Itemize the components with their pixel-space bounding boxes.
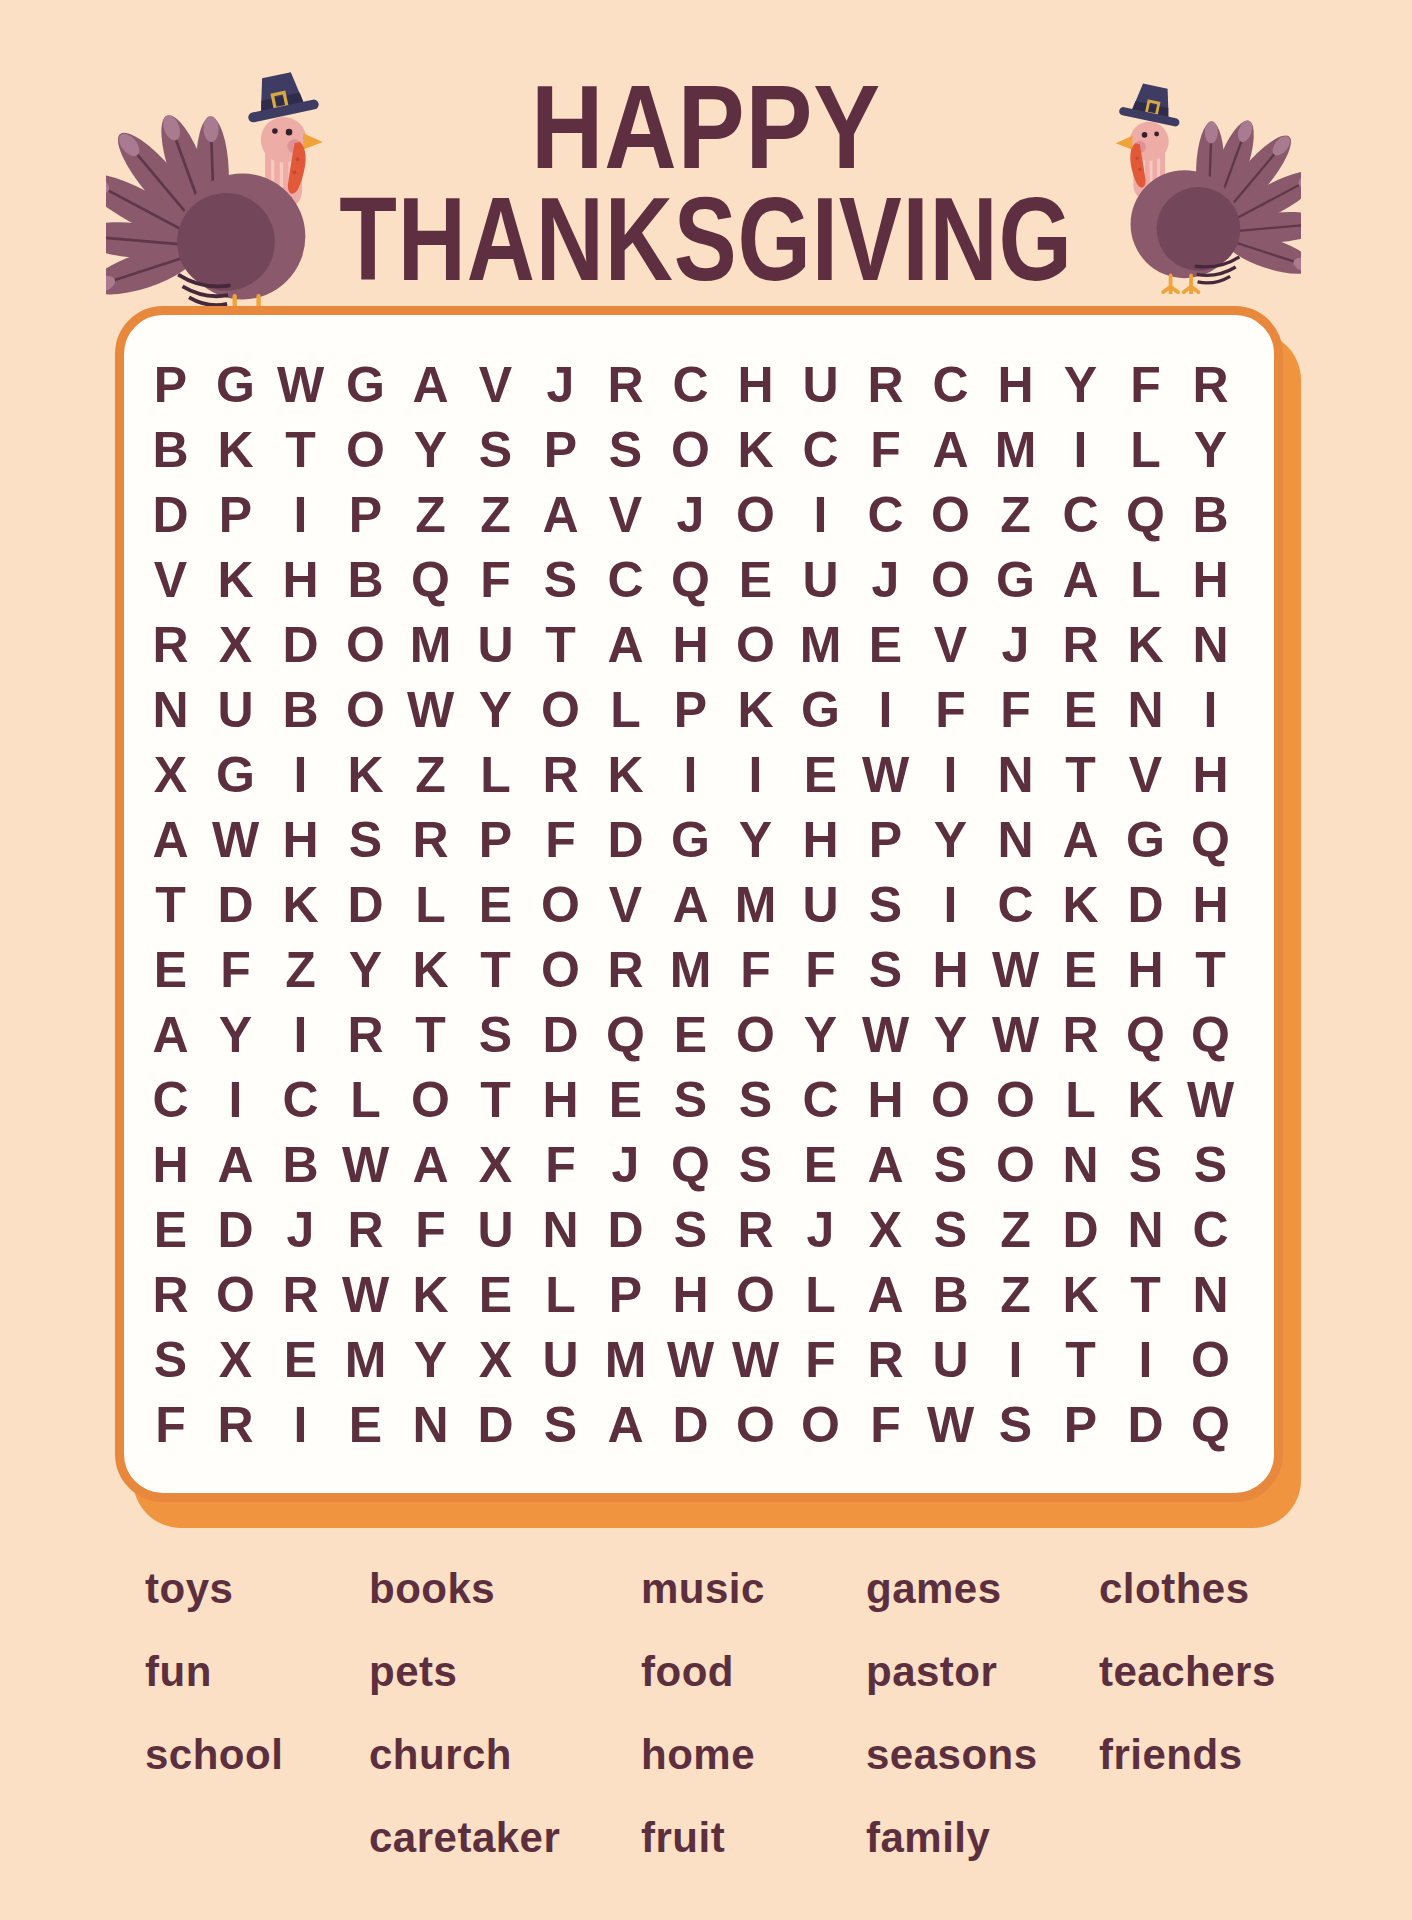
grid-cell[interactable]: K	[723, 417, 788, 482]
grid-cell[interactable]: S	[723, 1132, 788, 1197]
grid-cell[interactable]: H	[658, 612, 723, 677]
grid-cell[interactable]: D	[333, 872, 398, 937]
grid-cell[interactable]: O	[983, 1067, 1048, 1132]
grid-cell[interactable]: S	[1178, 1132, 1243, 1197]
grid-cell[interactable]: R	[203, 1392, 268, 1457]
grid-cell[interactable]: I	[1048, 417, 1113, 482]
grid-cell[interactable]: J	[268, 1197, 333, 1262]
grid-cell[interactable]: F	[138, 1392, 203, 1457]
grid-cell[interactable]: O	[918, 482, 983, 547]
grid-cell[interactable]: N	[983, 807, 1048, 872]
grid-cell[interactable]: S	[593, 417, 658, 482]
grid-cell[interactable]: O	[398, 1067, 463, 1132]
grid-cell[interactable]: H	[138, 1132, 203, 1197]
grid-cell[interactable]: H	[268, 547, 333, 612]
grid-cell[interactable]: C	[853, 482, 918, 547]
grid-cell[interactable]: S	[918, 1132, 983, 1197]
grid-cell[interactable]: P	[1048, 1392, 1113, 1457]
grid-cell[interactable]: O	[203, 1262, 268, 1327]
grid-cell[interactable]: R	[593, 937, 658, 1002]
grid-cell[interactable]: Y	[398, 417, 463, 482]
grid-cell[interactable]: W	[983, 1002, 1048, 1067]
grid-cell[interactable]: H	[983, 352, 1048, 417]
grid-cell[interactable]: G	[983, 547, 1048, 612]
grid-cell[interactable]: K	[1113, 612, 1178, 677]
grid-cell[interactable]: Q	[593, 1002, 658, 1067]
grid-cell[interactable]: C	[788, 417, 853, 482]
grid-cell[interactable]: H	[1113, 937, 1178, 1002]
grid-cell[interactable]: T	[268, 417, 333, 482]
grid-cell[interactable]: N	[983, 742, 1048, 807]
grid-cell[interactable]: K	[333, 742, 398, 807]
grid-cell[interactable]: S	[1113, 1132, 1178, 1197]
grid-cell[interactable]: A	[853, 1132, 918, 1197]
grid-cell[interactable]: O	[528, 937, 593, 1002]
grid-cell[interactable]: S	[918, 1197, 983, 1262]
grid-cell[interactable]: C	[983, 872, 1048, 937]
grid-cell[interactable]: U	[463, 612, 528, 677]
grid-cell[interactable]: S	[853, 937, 918, 1002]
grid-cell[interactable]: U	[463, 1197, 528, 1262]
grid-cell[interactable]: E	[1048, 937, 1113, 1002]
grid-cell[interactable]: A	[138, 807, 203, 872]
grid-cell[interactable]: N	[1113, 1197, 1178, 1262]
grid-cell[interactable]: N	[1178, 1262, 1243, 1327]
grid-cell[interactable]: O	[723, 482, 788, 547]
grid-cell[interactable]: L	[788, 1262, 853, 1327]
grid-cell[interactable]: S	[658, 1197, 723, 1262]
grid-cell[interactable]: F	[398, 1197, 463, 1262]
grid-cell[interactable]: S	[138, 1327, 203, 1392]
grid-cell[interactable]: G	[203, 352, 268, 417]
grid-cell[interactable]: R	[1048, 1002, 1113, 1067]
grid-cell[interactable]: N	[398, 1392, 463, 1457]
grid-cell[interactable]: J	[593, 1132, 658, 1197]
grid-cell[interactable]: O	[723, 1002, 788, 1067]
grid-cell[interactable]: J	[853, 547, 918, 612]
grid-cell[interactable]: D	[203, 1197, 268, 1262]
grid-cell[interactable]: H	[788, 807, 853, 872]
grid-cell[interactable]: T	[463, 1067, 528, 1132]
grid-cell[interactable]: N	[138, 677, 203, 742]
grid-cell[interactable]: Q	[398, 547, 463, 612]
grid-cell[interactable]: C	[593, 547, 658, 612]
grid-cell[interactable]: E	[1048, 677, 1113, 742]
grid-cell[interactable]: A	[593, 612, 658, 677]
grid-cell[interactable]: X	[463, 1327, 528, 1392]
grid-cell[interactable]: G	[658, 807, 723, 872]
grid-cell[interactable]: I	[658, 742, 723, 807]
grid-cell[interactable]: K	[1113, 1067, 1178, 1132]
grid-cell[interactable]: D	[203, 872, 268, 937]
grid-cell[interactable]: K	[1048, 872, 1113, 937]
grid-cell[interactable]: I	[983, 1327, 1048, 1392]
grid-cell[interactable]: L	[398, 872, 463, 937]
grid-cell[interactable]: R	[593, 352, 658, 417]
grid-cell[interactable]: K	[268, 872, 333, 937]
grid-cell[interactable]: T	[398, 1002, 463, 1067]
grid-cell[interactable]: Z	[983, 1197, 1048, 1262]
grid-cell[interactable]: I	[918, 742, 983, 807]
grid-cell[interactable]: A	[203, 1132, 268, 1197]
grid-cell[interactable]: S	[333, 807, 398, 872]
grid-cell[interactable]: B	[268, 677, 333, 742]
grid-cell[interactable]: H	[918, 937, 983, 1002]
grid-cell[interactable]: C	[268, 1067, 333, 1132]
grid-cell[interactable]: T	[1178, 937, 1243, 1002]
grid-cell[interactable]: D	[1113, 872, 1178, 937]
grid-cell[interactable]: T	[463, 937, 528, 1002]
grid-cell[interactable]: P	[853, 807, 918, 872]
grid-cell[interactable]: T	[528, 612, 593, 677]
worksheet-page: HAPPY THANKSGIVING PGWGAVJRCHURCHYFRBKTO…	[0, 0, 1412, 1920]
grid-cell[interactable]: O	[528, 677, 593, 742]
grid-cell[interactable]: R	[528, 742, 593, 807]
grid-cell[interactable]: Y	[463, 677, 528, 742]
grid-cell[interactable]: D	[463, 1392, 528, 1457]
grid-cell[interactable]: K	[398, 1262, 463, 1327]
grid-cell[interactable]: Z	[983, 1262, 1048, 1327]
word-list-item: food	[641, 1651, 765, 1693]
grid-cell[interactable]: K	[593, 742, 658, 807]
grid-cell[interactable]: P	[463, 807, 528, 872]
grid-cell[interactable]: S	[853, 872, 918, 937]
grid-cell[interactable]: W	[1178, 1067, 1243, 1132]
grid-cell[interactable]: S	[528, 547, 593, 612]
grid-cell[interactable]: A	[1048, 807, 1113, 872]
grid-cell[interactable]: J	[528, 352, 593, 417]
grid-cell[interactable]: E	[333, 1392, 398, 1457]
grid-cell[interactable]: K	[723, 677, 788, 742]
grid-cell[interactable]: I	[1113, 1327, 1178, 1392]
grid-cell[interactable]: L	[593, 677, 658, 742]
grid-cell[interactable]: Z	[398, 742, 463, 807]
grid-cell[interactable]: I	[1178, 677, 1243, 742]
grid-cell[interactable]: W	[333, 1132, 398, 1197]
grid-cell[interactable]: R	[138, 612, 203, 677]
grid-cell[interactable]: X	[138, 742, 203, 807]
grid-cell[interactable]: O	[918, 547, 983, 612]
grid-cell[interactable]: Y	[333, 937, 398, 1002]
grid-cell[interactable]: O	[723, 1262, 788, 1327]
grid-cell[interactable]: R	[1178, 352, 1243, 417]
grid-cell[interactable]: A	[593, 1392, 658, 1457]
word-list-column: gamespastorseasonsfamily	[866, 1568, 1038, 1900]
grid-cell[interactable]: H	[1178, 742, 1243, 807]
grid-cell[interactable]: U	[203, 677, 268, 742]
grid-cell[interactable]: Q	[1178, 807, 1243, 872]
grid-cell[interactable]: D	[658, 1392, 723, 1457]
grid-cell[interactable]: F	[983, 677, 1048, 742]
grid-cell[interactable]: H	[723, 352, 788, 417]
grid-cell[interactable]: K	[1048, 1262, 1113, 1327]
grid-cell[interactable]: Y	[918, 1002, 983, 1067]
word-list-item: fun	[145, 1651, 283, 1693]
grid-cell[interactable]: I	[723, 742, 788, 807]
grid-cell[interactable]: Z	[398, 482, 463, 547]
grid-cell[interactable]: R	[268, 1262, 333, 1327]
grid-cell[interactable]: E	[138, 937, 203, 1002]
grid-cell[interactable]: S	[528, 1392, 593, 1457]
grid-cell[interactable]: C	[138, 1067, 203, 1132]
grid-cell[interactable]: G	[203, 742, 268, 807]
grid-cell[interactable]: C	[1178, 1197, 1243, 1262]
grid-cell[interactable]: C	[788, 1067, 853, 1132]
grid-cell[interactable]: O	[528, 872, 593, 937]
grid-cell[interactable]: U	[528, 1327, 593, 1392]
grid-cell[interactable]: E	[788, 742, 853, 807]
grid-cell[interactable]: H	[658, 1262, 723, 1327]
grid-cell[interactable]: T	[138, 872, 203, 937]
grid-cell[interactable]: S	[463, 417, 528, 482]
grid-cell[interactable]: D	[593, 1197, 658, 1262]
grid-cell[interactable]: T	[1048, 1327, 1113, 1392]
grid-cell[interactable]: G	[788, 677, 853, 742]
word-list-column: toysfunschool	[145, 1568, 283, 1817]
grid-cell[interactable]: Y	[1178, 417, 1243, 482]
grid-cell[interactable]: U	[788, 872, 853, 937]
grid-cell[interactable]: O	[658, 417, 723, 482]
grid-cell[interactable]: Y	[723, 807, 788, 872]
grid-cell[interactable]: Q	[1178, 1392, 1243, 1457]
grid-cell[interactable]: P	[138, 352, 203, 417]
grid-cell[interactable]: I	[268, 482, 333, 547]
grid-cell[interactable]: B	[138, 417, 203, 482]
grid-cell[interactable]: A	[528, 482, 593, 547]
grid-cell[interactable]: E	[593, 1067, 658, 1132]
grid-cell[interactable]: B	[1178, 482, 1243, 547]
grid-cell[interactable]: O	[333, 417, 398, 482]
grid-cell[interactable]: F	[788, 1327, 853, 1392]
grid-cell[interactable]: G	[1113, 807, 1178, 872]
grid-cell[interactable]: R	[138, 1262, 203, 1327]
grid-cell[interactable]: W	[723, 1327, 788, 1392]
grid-cell[interactable]: F	[528, 807, 593, 872]
grid-cell[interactable]: A	[398, 1132, 463, 1197]
grid-cell[interactable]: W	[268, 352, 333, 417]
grid-cell[interactable]: Q	[658, 547, 723, 612]
grid-cell[interactable]: Y	[203, 1002, 268, 1067]
grid-cell[interactable]: U	[918, 1327, 983, 1392]
grid-cell[interactable]: G	[333, 352, 398, 417]
letter-grid: PGWGAVJRCHURCHYFRBKTOYSPSOKCFAMILYDPIPZZ…	[138, 352, 1243, 1457]
grid-cell[interactable]: M	[333, 1327, 398, 1392]
grid-cell[interactable]: A	[1048, 547, 1113, 612]
grid-cell[interactable]: F	[203, 937, 268, 1002]
grid-cell[interactable]: U	[788, 352, 853, 417]
grid-cell[interactable]: W	[853, 742, 918, 807]
word-list-item: clothes	[1099, 1568, 1276, 1610]
grid-cell[interactable]: E	[138, 1197, 203, 1262]
grid-cell[interactable]: F	[918, 677, 983, 742]
grid-cell[interactable]: H	[268, 807, 333, 872]
grid-cell[interactable]: N	[528, 1197, 593, 1262]
grid-cell[interactable]: I	[918, 872, 983, 937]
grid-cell[interactable]: V	[463, 352, 528, 417]
grid-cell[interactable]: Q	[658, 1132, 723, 1197]
grid-cell[interactable]: N	[1178, 612, 1243, 677]
grid-cell[interactable]: E	[463, 1262, 528, 1327]
grid-cell[interactable]: O	[333, 612, 398, 677]
grid-cell[interactable]: P	[203, 482, 268, 547]
grid-cell[interactable]: L	[1113, 417, 1178, 482]
grid-cell[interactable]: W	[983, 937, 1048, 1002]
grid-cell[interactable]: Z	[983, 482, 1048, 547]
grid-cell[interactable]: T	[1113, 1262, 1178, 1327]
grid-cell[interactable]: R	[333, 1197, 398, 1262]
grid-cell[interactable]: O	[918, 1067, 983, 1132]
grid-cell[interactable]: Y	[788, 1002, 853, 1067]
grid-cell[interactable]: C	[658, 352, 723, 417]
grid-cell[interactable]: R	[853, 352, 918, 417]
grid-cell[interactable]: F	[528, 1132, 593, 1197]
grid-cell[interactable]: W	[398, 677, 463, 742]
grid-cell[interactable]: Y	[398, 1327, 463, 1392]
grid-cell[interactable]: E	[463, 872, 528, 937]
grid-cell[interactable]: D	[1048, 1197, 1113, 1262]
grid-cell[interactable]: D	[138, 482, 203, 547]
grid-cell[interactable]: W	[333, 1262, 398, 1327]
grid-cell[interactable]: I	[853, 677, 918, 742]
grid-cell[interactable]: K	[398, 937, 463, 1002]
grid-cell[interactable]: Q	[1113, 482, 1178, 547]
grid-cell[interactable]: L	[333, 1067, 398, 1132]
grid-cell[interactable]: O	[1178, 1327, 1243, 1392]
grid-cell[interactable]: O	[983, 1132, 1048, 1197]
grid-cell[interactable]: Y	[918, 807, 983, 872]
grid-cell[interactable]: X	[203, 1327, 268, 1392]
grid-cell[interactable]: N	[1048, 1132, 1113, 1197]
word-list-item: school	[145, 1734, 283, 1776]
title-line-happy: HAPPY	[106, 68, 1306, 186]
grid-cell[interactable]: F	[788, 937, 853, 1002]
grid-cell[interactable]: Q	[1178, 1002, 1243, 1067]
grid-cell[interactable]: R	[1048, 612, 1113, 677]
grid-cell[interactable]: V	[593, 482, 658, 547]
grid-cell[interactable]: N	[1113, 677, 1178, 742]
grid-cell[interactable]: R	[333, 1002, 398, 1067]
grid-cell[interactable]: A	[138, 1002, 203, 1067]
grid-cell[interactable]: O	[333, 677, 398, 742]
grid-cell[interactable]: E	[853, 612, 918, 677]
grid-cell[interactable]: Q	[1113, 1002, 1178, 1067]
grid-cell[interactable]: F	[853, 1392, 918, 1457]
grid-cell[interactable]: A	[398, 352, 463, 417]
grid-cell[interactable]: E	[658, 1002, 723, 1067]
grid-cell[interactable]: X	[203, 612, 268, 677]
grid-cell[interactable]: V	[593, 872, 658, 937]
grid-cell[interactable]: M	[593, 1327, 658, 1392]
grid-cell[interactable]: D	[268, 612, 333, 677]
grid-cell[interactable]: F	[1113, 352, 1178, 417]
grid-cell[interactable]: U	[788, 547, 853, 612]
grid-cell[interactable]: R	[853, 1327, 918, 1392]
grid-cell[interactable]: I	[203, 1067, 268, 1132]
grid-cell[interactable]: E	[268, 1327, 333, 1392]
grid-cell[interactable]: S	[463, 1002, 528, 1067]
grid-cell[interactable]: F	[723, 937, 788, 1002]
grid-cell[interactable]: B	[333, 547, 398, 612]
grid-cell[interactable]: W	[918, 1392, 983, 1457]
grid-cell[interactable]: H	[1178, 872, 1243, 937]
grid-cell[interactable]: M	[723, 872, 788, 937]
grid-cell[interactable]: I	[788, 482, 853, 547]
grid-cell[interactable]: P	[593, 1262, 658, 1327]
grid-cell[interactable]: Z	[268, 937, 333, 1002]
grid-cell[interactable]: A	[658, 872, 723, 937]
grid-cell[interactable]: Y	[1048, 352, 1113, 417]
grid-cell[interactable]: B	[918, 1262, 983, 1327]
grid-cell[interactable]: I	[268, 742, 333, 807]
grid-cell[interactable]: P	[528, 417, 593, 482]
grid-cell[interactable]: Z	[463, 482, 528, 547]
grid-cell[interactable]: L	[1113, 547, 1178, 612]
grid-cell[interactable]: K	[203, 547, 268, 612]
grid-cell[interactable]: K	[203, 417, 268, 482]
word-list-item: friends	[1099, 1734, 1276, 1776]
grid-cell[interactable]: O	[723, 612, 788, 677]
grid-cell[interactable]: J	[983, 612, 1048, 677]
grid-cell[interactable]: V	[138, 547, 203, 612]
grid-cell[interactable]: J	[658, 482, 723, 547]
grid-cell[interactable]: I	[268, 1392, 333, 1457]
grid-cell[interactable]: D	[1113, 1392, 1178, 1457]
grid-cell[interactable]: V	[918, 612, 983, 677]
grid-cell[interactable]: R	[398, 807, 463, 872]
grid-cell[interactable]: S	[723, 1067, 788, 1132]
grid-cell[interactable]: S	[983, 1392, 1048, 1457]
grid-cell[interactable]: T	[1048, 742, 1113, 807]
grid-cell[interactable]: M	[983, 417, 1048, 482]
grid-cell[interactable]: X	[463, 1132, 528, 1197]
grid-cell[interactable]: R	[723, 1197, 788, 1262]
grid-cell[interactable]: S	[658, 1067, 723, 1132]
grid-cell[interactable]: M	[398, 612, 463, 677]
grid-cell[interactable]: W	[658, 1327, 723, 1392]
grid-cell[interactable]: H	[528, 1067, 593, 1132]
grid-cell[interactable]: C	[918, 352, 983, 417]
grid-cell[interactable]: H	[853, 1067, 918, 1132]
grid-cell[interactable]: X	[853, 1197, 918, 1262]
grid-cell[interactable]: O	[723, 1392, 788, 1457]
grid-cell[interactable]: L	[463, 742, 528, 807]
grid-cell[interactable]: M	[658, 937, 723, 1002]
grid-cell[interactable]: W	[853, 1002, 918, 1067]
grid-cell[interactable]: L	[528, 1262, 593, 1327]
grid-cell[interactable]: H	[1178, 547, 1243, 612]
grid-cell[interactable]: J	[788, 1197, 853, 1262]
grid-cell[interactable]: A	[918, 417, 983, 482]
grid-cell[interactable]: D	[528, 1002, 593, 1067]
grid-cell[interactable]: M	[788, 612, 853, 677]
grid-cell[interactable]: A	[853, 1262, 918, 1327]
grid-cell[interactable]: L	[1048, 1067, 1113, 1132]
grid-cell[interactable]: P	[333, 482, 398, 547]
grid-cell[interactable]: C	[1048, 482, 1113, 547]
grid-cell[interactable]: F	[853, 417, 918, 482]
grid-cell[interactable]: D	[593, 807, 658, 872]
grid-cell[interactable]: F	[463, 547, 528, 612]
grid-cell[interactable]: P	[658, 677, 723, 742]
grid-cell[interactable]: I	[268, 1002, 333, 1067]
grid-cell[interactable]: B	[268, 1132, 333, 1197]
grid-cell[interactable]: E	[723, 547, 788, 612]
grid-cell[interactable]: E	[788, 1132, 853, 1197]
grid-cell[interactable]: V	[1113, 742, 1178, 807]
grid-cell[interactable]: W	[203, 807, 268, 872]
grid-cell[interactable]: O	[788, 1392, 853, 1457]
word-list-column: clothesteachersfriends	[1099, 1568, 1276, 1817]
